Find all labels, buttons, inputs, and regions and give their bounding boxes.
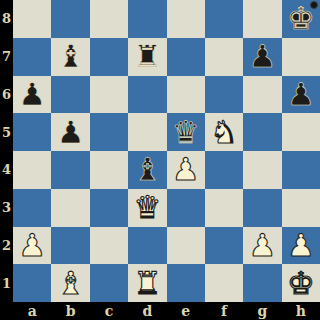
square-h5[interactable] [282, 113, 320, 151]
piece-white-rook[interactable]: ♜ [128, 264, 166, 302]
piece-white-king[interactable]: ♚ [282, 264, 320, 302]
square-c5[interactable] [90, 113, 128, 151]
square-f4[interactable] [205, 151, 243, 189]
square-a8[interactable] [13, 0, 51, 38]
corner-dot-marker [310, 1, 318, 9]
square-f2[interactable] [205, 227, 243, 265]
chess-board[interactable]: ♚♝♜♟♟♟♟♛♞♝♟♛♟♟♟♝♜♚ [13, 0, 320, 302]
square-g4[interactable] [243, 151, 281, 189]
piece-black-bishop[interactable]: ♝ [51, 38, 89, 76]
square-e2[interactable] [167, 227, 205, 265]
rank-label-3: 3 [0, 189, 13, 227]
square-g6[interactable] [243, 76, 281, 114]
square-d4[interactable]: ♝ [128, 151, 166, 189]
piece-black-rook[interactable]: ♜ [128, 38, 166, 76]
square-f8[interactable] [205, 0, 243, 38]
rank-label-8: 8 [0, 0, 13, 38]
square-d7[interactable]: ♜ [128, 38, 166, 76]
square-d6[interactable] [128, 76, 166, 114]
square-c7[interactable] [90, 38, 128, 76]
file-label-d: d [128, 302, 166, 320]
square-g8[interactable] [243, 0, 281, 38]
file-label-e: e [167, 302, 205, 320]
square-d2[interactable] [128, 227, 166, 265]
square-c4[interactable] [90, 151, 128, 189]
square-h4[interactable] [282, 151, 320, 189]
square-b2[interactable] [51, 227, 89, 265]
piece-black-pawn[interactable]: ♟ [243, 38, 281, 76]
square-d5[interactable] [128, 113, 166, 151]
rank-label-5: 5 [0, 113, 13, 151]
square-e4[interactable]: ♟ [167, 151, 205, 189]
square-f3[interactable] [205, 189, 243, 227]
square-a4[interactable] [13, 151, 51, 189]
piece-black-pawn[interactable]: ♟ [13, 76, 51, 114]
chess-diagram: 87654321 ♚♝♜♟♟♟♟♛♞♝♟♛♟♟♟♝♜♚ abcdefgh [0, 0, 320, 320]
file-label-a: a [13, 302, 51, 320]
piece-black-pawn[interactable]: ♟ [282, 76, 320, 114]
square-a3[interactable] [13, 189, 51, 227]
square-g1[interactable] [243, 264, 281, 302]
rank-label-7: 7 [0, 38, 13, 76]
piece-white-pawn[interactable]: ♟ [167, 151, 205, 189]
square-b4[interactable] [51, 151, 89, 189]
piece-black-queen[interactable]: ♛ [167, 113, 205, 151]
piece-white-queen[interactable]: ♛ [128, 189, 166, 227]
piece-white-pawn[interactable]: ♟ [243, 227, 281, 265]
file-coordinates: abcdefgh [13, 302, 320, 320]
square-h3[interactable] [282, 189, 320, 227]
square-f5[interactable]: ♞ [205, 113, 243, 151]
piece-white-knight[interactable]: ♞ [205, 113, 243, 151]
square-c2[interactable] [90, 227, 128, 265]
square-e1[interactable] [167, 264, 205, 302]
rank-label-6: 6 [0, 76, 13, 114]
piece-black-bishop[interactable]: ♝ [128, 151, 166, 189]
square-b8[interactable] [51, 0, 89, 38]
file-label-h: h [282, 302, 320, 320]
square-e6[interactable] [167, 76, 205, 114]
square-d1[interactable]: ♜ [128, 264, 166, 302]
rank-coordinates: 87654321 [0, 0, 13, 302]
square-a6[interactable]: ♟ [13, 76, 51, 114]
square-e3[interactable] [167, 189, 205, 227]
square-f7[interactable] [205, 38, 243, 76]
square-d8[interactable] [128, 0, 166, 38]
square-c8[interactable] [90, 0, 128, 38]
square-e5[interactable]: ♛ [167, 113, 205, 151]
piece-white-pawn[interactable]: ♟ [282, 227, 320, 265]
square-b7[interactable]: ♝ [51, 38, 89, 76]
piece-black-pawn[interactable]: ♟ [51, 113, 89, 151]
square-h7[interactable] [282, 38, 320, 76]
square-c3[interactable] [90, 189, 128, 227]
square-g5[interactable] [243, 113, 281, 151]
square-h8[interactable]: ♚ [282, 0, 320, 38]
square-a5[interactable] [13, 113, 51, 151]
square-g7[interactable]: ♟ [243, 38, 281, 76]
square-a7[interactable] [13, 38, 51, 76]
square-b6[interactable] [51, 76, 89, 114]
square-b3[interactable] [51, 189, 89, 227]
square-c6[interactable] [90, 76, 128, 114]
square-h6[interactable]: ♟ [282, 76, 320, 114]
square-a2[interactable]: ♟ [13, 227, 51, 265]
square-f1[interactable] [205, 264, 243, 302]
square-e7[interactable] [167, 38, 205, 76]
file-label-g: g [243, 302, 281, 320]
square-g3[interactable] [243, 189, 281, 227]
rank-label-4: 4 [0, 151, 13, 189]
square-c1[interactable] [90, 264, 128, 302]
square-h1[interactable]: ♚ [282, 264, 320, 302]
square-a1[interactable] [13, 264, 51, 302]
square-h2[interactable]: ♟ [282, 227, 320, 265]
square-b5[interactable]: ♟ [51, 113, 89, 151]
file-label-f: f [205, 302, 243, 320]
square-g2[interactable]: ♟ [243, 227, 281, 265]
square-e8[interactable] [167, 0, 205, 38]
rank-label-2: 2 [0, 227, 13, 265]
square-f6[interactable] [205, 76, 243, 114]
piece-white-bishop[interactable]: ♝ [51, 264, 89, 302]
square-d3[interactable]: ♛ [128, 189, 166, 227]
file-label-c: c [90, 302, 128, 320]
file-label-b: b [51, 302, 89, 320]
square-b1[interactable]: ♝ [51, 264, 89, 302]
rank-label-1: 1 [0, 264, 13, 302]
piece-white-pawn[interactable]: ♟ [13, 227, 51, 265]
